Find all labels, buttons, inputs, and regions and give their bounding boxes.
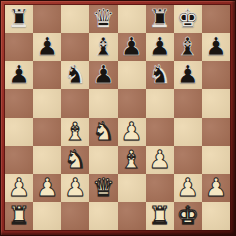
square-f6[interactable]: ♞ [146, 61, 174, 89]
square-e8[interactable] [118, 5, 146, 33]
square-e1[interactable] [118, 202, 146, 230]
black-pawn-f7[interactable]: ♟ [148, 33, 170, 61]
square-a1[interactable]: ♜ [5, 202, 33, 230]
white-knight-c3[interactable]: ♞ [64, 146, 86, 174]
square-b3[interactable] [33, 146, 61, 174]
black-knight-f6[interactable]: ♞ [148, 61, 170, 89]
white-knight-d4[interactable]: ♞ [92, 118, 114, 146]
square-c5[interactable] [61, 89, 89, 117]
black-bishop-d7[interactable]: ♝ [92, 33, 114, 61]
square-h8[interactable] [202, 5, 230, 33]
square-h1[interactable] [202, 202, 230, 230]
black-rook-f8[interactable]: ♜ [148, 5, 170, 33]
white-pawn-c2[interactable]: ♟ [64, 174, 86, 202]
square-h7[interactable]: ♟ [202, 33, 230, 61]
square-a3[interactable] [5, 146, 33, 174]
square-g7[interactable]: ♝ [174, 33, 202, 61]
square-f1[interactable]: ♜ [146, 202, 174, 230]
square-d8[interactable]: ♛ [89, 5, 117, 33]
white-bishop-c4[interactable]: ♝ [64, 118, 86, 146]
square-b1[interactable] [33, 202, 61, 230]
square-b2[interactable]: ♟ [33, 174, 61, 202]
square-g6[interactable]: ♟ [174, 61, 202, 89]
black-pawn-g6[interactable]: ♟ [177, 61, 199, 89]
square-b7[interactable]: ♟ [33, 33, 61, 61]
square-a7[interactable] [5, 33, 33, 61]
black-pawn-h7[interactable]: ♟ [205, 33, 227, 61]
square-g5[interactable] [174, 89, 202, 117]
square-b5[interactable] [33, 89, 61, 117]
square-g8[interactable]: ♚ [174, 5, 202, 33]
black-bishop-g7[interactable]: ♝ [177, 33, 199, 61]
white-pawn-h2[interactable]: ♟ [205, 174, 227, 202]
square-d3[interactable] [89, 146, 117, 174]
black-knight-c6[interactable]: ♞ [64, 61, 86, 89]
square-d6[interactable]: ♟ [89, 61, 117, 89]
white-pawn-a2[interactable]: ♟ [8, 174, 30, 202]
black-pawn-b7[interactable]: ♟ [36, 33, 58, 61]
white-rook-f1[interactable]: ♜ [148, 202, 170, 230]
square-e4[interactable]: ♟ [118, 118, 146, 146]
square-a8[interactable]: ♜ [5, 5, 33, 33]
square-c4[interactable]: ♝ [61, 118, 89, 146]
square-a5[interactable] [5, 89, 33, 117]
square-c7[interactable] [61, 33, 89, 61]
board-frame: ♜♛♜♚♟♝♟♟♝♟♟♞♟♞♟♝♞♟♞♝♟♟♟♟♛♟♟♜♜♚ [0, 0, 236, 236]
square-d5[interactable] [89, 89, 117, 117]
square-h4[interactable] [202, 118, 230, 146]
square-e5[interactable] [118, 89, 146, 117]
square-e2[interactable] [118, 174, 146, 202]
square-c3[interactable]: ♞ [61, 146, 89, 174]
square-b6[interactable] [33, 61, 61, 89]
square-f7[interactable]: ♟ [146, 33, 174, 61]
white-pawn-e4[interactable]: ♟ [120, 118, 142, 146]
square-h2[interactable]: ♟ [202, 174, 230, 202]
white-pawn-g2[interactable]: ♟ [177, 174, 199, 202]
square-e7[interactable]: ♟ [118, 33, 146, 61]
square-c2[interactable]: ♟ [61, 174, 89, 202]
white-pawn-b2[interactable]: ♟ [36, 174, 58, 202]
square-d2[interactable]: ♛ [89, 174, 117, 202]
black-pawn-d6[interactable]: ♟ [92, 61, 114, 89]
black-pawn-e7[interactable]: ♟ [120, 33, 142, 61]
square-e3[interactable]: ♝ [118, 146, 146, 174]
square-c6[interactable]: ♞ [61, 61, 89, 89]
square-g3[interactable] [174, 146, 202, 174]
square-b4[interactable] [33, 118, 61, 146]
white-rook-a1[interactable]: ♜ [8, 202, 30, 230]
square-a2[interactable]: ♟ [5, 174, 33, 202]
square-h5[interactable] [202, 89, 230, 117]
square-g2[interactable]: ♟ [174, 174, 202, 202]
square-f5[interactable] [146, 89, 174, 117]
square-a4[interactable] [5, 118, 33, 146]
black-queen-d8[interactable]: ♛ [92, 5, 114, 33]
white-pawn-f3[interactable]: ♟ [148, 146, 170, 174]
square-g1[interactable]: ♚ [174, 202, 202, 230]
black-pawn-a6[interactable]: ♟ [8, 61, 30, 89]
square-e6[interactable] [118, 61, 146, 89]
square-d1[interactable] [89, 202, 117, 230]
black-rook-a8[interactable]: ♜ [8, 5, 30, 33]
square-a6[interactable]: ♟ [5, 61, 33, 89]
chess-diagram: ♜♛♜♚♟♝♟♟♝♟♟♞♟♞♟♝♞♟♞♝♟♟♟♟♛♟♟♜♜♚ [0, 0, 236, 236]
black-king-g8[interactable]: ♚ [177, 5, 199, 33]
square-f3[interactable]: ♟ [146, 146, 174, 174]
white-king-g1[interactable]: ♚ [177, 202, 199, 230]
square-c8[interactable] [61, 5, 89, 33]
square-b8[interactable] [33, 5, 61, 33]
square-f8[interactable]: ♜ [146, 5, 174, 33]
white-bishop-e3[interactable]: ♝ [120, 146, 142, 174]
square-d4[interactable]: ♞ [89, 118, 117, 146]
square-f2[interactable] [146, 174, 174, 202]
square-f4[interactable] [146, 118, 174, 146]
square-h6[interactable] [202, 61, 230, 89]
square-d7[interactable]: ♝ [89, 33, 117, 61]
white-queen-d2[interactable]: ♛ [92, 174, 114, 202]
square-c1[interactable] [61, 202, 89, 230]
square-h3[interactable] [202, 146, 230, 174]
chess-board: ♜♛♜♚♟♝♟♟♝♟♟♞♟♞♟♝♞♟♞♝♟♟♟♟♛♟♟♜♜♚ [5, 5, 230, 230]
square-g4[interactable] [174, 118, 202, 146]
